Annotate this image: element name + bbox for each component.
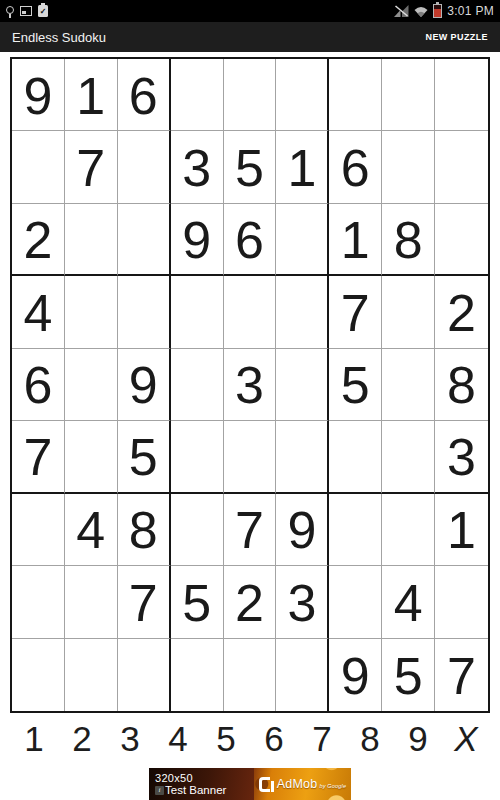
status-bar-right: 3:01 PM (394, 4, 494, 18)
ad-size-label: 320x50 (155, 772, 254, 784)
sudoku-cell-r4c4[interactable] (171, 276, 224, 348)
sudoku-cell-r4c5[interactable] (224, 276, 277, 348)
sudoku-cell-r4c9[interactable]: 2 (435, 276, 488, 348)
sudoku-cell-r7c5[interactable]: 7 (224, 494, 277, 566)
ad-title-line: i Test Banner (155, 784, 254, 797)
sudoku-cell-r9c3[interactable] (118, 639, 171, 711)
sudoku-cell-r6c1[interactable]: 7 (12, 421, 65, 493)
sudoku-board: 9167351629618472693587534879175234957 (10, 57, 490, 713)
sudoku-cell-r3c2[interactable] (65, 204, 118, 276)
sudoku-cell-r1c4[interactable] (171, 59, 224, 131)
sudoku-cell-r7c2[interactable]: 4 (65, 494, 118, 566)
sudoku-cell-r5c3[interactable]: 9 (118, 349, 171, 421)
sudoku-cell-r1c9[interactable] (435, 59, 488, 131)
sudoku-cell-r7c4[interactable] (171, 494, 224, 566)
numpad-key-1[interactable]: 1 (10, 714, 58, 764)
sudoku-cell-r9c6[interactable] (276, 639, 329, 711)
status-bar: ✓ 3:01 PM (0, 0, 500, 22)
numpad-key-9[interactable]: 9 (394, 714, 442, 764)
sudoku-cell-r9c1[interactable] (12, 639, 65, 711)
status-bar-left: ✓ (6, 5, 48, 17)
screenshot-icon (20, 6, 32, 16)
sudoku-cell-r3c5[interactable]: 6 (224, 204, 277, 276)
ad-banner-right: AdMob by Google (254, 768, 351, 800)
sudoku-cell-r6c3[interactable]: 5 (118, 421, 171, 493)
sudoku-cell-r7c6[interactable]: 9 (276, 494, 329, 566)
sudoku-cell-r1c7[interactable] (329, 59, 382, 131)
wifi-icon (414, 6, 428, 17)
sudoku-cell-r2c6[interactable]: 1 (276, 131, 329, 203)
numpad-key-6[interactable]: 6 (250, 714, 298, 764)
sudoku-cell-r9c9[interactable]: 7 (435, 639, 488, 711)
sudoku-cell-r8c7[interactable] (329, 566, 382, 638)
admob-logo-icon (259, 777, 274, 792)
sudoku-cell-r6c7[interactable] (329, 421, 382, 493)
numpad-key-3[interactable]: 3 (106, 714, 154, 764)
sudoku-cell-r4c3[interactable] (118, 276, 171, 348)
sudoku-cell-r4c2[interactable] (65, 276, 118, 348)
sudoku-cell-r6c8[interactable] (382, 421, 435, 493)
ad-banner[interactable]: 320x50 i Test Banner AdMob by Google (149, 768, 351, 800)
sudoku-cell-r9c7[interactable]: 9 (329, 639, 382, 711)
sudoku-cell-r1c8[interactable] (382, 59, 435, 131)
numpad-key-delete[interactable]: X (442, 714, 490, 764)
admob-brand-name: AdMob (277, 777, 318, 791)
ad-banner-left: 320x50 i Test Banner (149, 768, 254, 800)
sudoku-cell-r2c4[interactable]: 3 (171, 131, 224, 203)
ad-info-icon: i (155, 786, 164, 795)
app-title: Endless Sudoku (12, 30, 106, 45)
usb-debugging-icon (6, 6, 14, 14)
sudoku-cell-r7c3[interactable]: 8 (118, 494, 171, 566)
numpad-key-2[interactable]: 2 (58, 714, 106, 764)
admob-brand: AdMob by Google (277, 777, 346, 791)
sudoku-cell-r8c2[interactable] (65, 566, 118, 638)
sudoku-cell-r9c2[interactable] (65, 639, 118, 711)
sudoku-cell-r5c5[interactable]: 3 (224, 349, 277, 421)
ad-title-label: Test Banner (165, 784, 226, 797)
sudoku-cell-r8c3[interactable]: 7 (118, 566, 171, 638)
sudoku-cell-r5c9[interactable]: 8 (435, 349, 488, 421)
sudoku-cell-r2c1[interactable] (12, 131, 65, 203)
sudoku-cell-r6c2[interactable] (65, 421, 118, 493)
sudoku-cell-r5c8[interactable] (382, 349, 435, 421)
sudoku-cell-r7c9[interactable]: 1 (435, 494, 488, 566)
sudoku-cell-r1c6[interactable] (276, 59, 329, 131)
sudoku-cell-r9c5[interactable] (224, 639, 277, 711)
sudoku-cell-r4c8[interactable] (382, 276, 435, 348)
numpad-key-5[interactable]: 5 (202, 714, 250, 764)
numpad-key-4[interactable]: 4 (154, 714, 202, 764)
sudoku-cell-r7c7[interactable] (329, 494, 382, 566)
sudoku-cell-r6c6[interactable] (276, 421, 329, 493)
sudoku-cell-r6c4[interactable] (171, 421, 224, 493)
new-puzzle-button[interactable]: NEW PUZZLE (426, 32, 489, 42)
sudoku-cell-r4c7[interactable]: 7 (329, 276, 382, 348)
sudoku-cell-r8c4[interactable]: 5 (171, 566, 224, 638)
sudoku-cell-r1c5[interactable] (224, 59, 277, 131)
status-time: 3:01 PM (447, 4, 494, 18)
sudoku-cell-r2c3[interactable] (118, 131, 171, 203)
sudoku-cell-r3c6[interactable] (276, 204, 329, 276)
sudoku-cell-r3c8[interactable]: 8 (382, 204, 435, 276)
sudoku-cell-r1c3[interactable]: 6 (118, 59, 171, 131)
sudoku-cell-r5c6[interactable] (276, 349, 329, 421)
numpad-key-7[interactable]: 7 (298, 714, 346, 764)
sudoku-cell-r8c5[interactable]: 2 (224, 566, 277, 638)
sudoku-cell-r5c4[interactable] (171, 349, 224, 421)
number-pad: 123456789X (10, 714, 490, 764)
battery-icon (433, 4, 442, 18)
sudoku-cell-r2c8[interactable] (382, 131, 435, 203)
sudoku-cell-r4c6[interactable] (276, 276, 329, 348)
sudoku-cell-r1c1[interactable]: 9 (12, 59, 65, 131)
no-signal-icon (394, 5, 409, 17)
sudoku-cell-r3c1[interactable]: 2 (12, 204, 65, 276)
sudoku-cell-r5c7[interactable]: 5 (329, 349, 382, 421)
sudoku-cell-r2c2[interactable]: 7 (65, 131, 118, 203)
admob-brand-suffix: by Google (319, 783, 346, 789)
app-bar: Endless Sudoku NEW PUZZLE (0, 22, 500, 52)
sudoku-cell-r4c1[interactable]: 4 (12, 276, 65, 348)
sudoku-cell-r1c2[interactable]: 1 (65, 59, 118, 131)
screen: ✓ 3:01 PM Endless Sudoku NEW PUZZLE 9167… (0, 0, 500, 800)
sudoku-cell-r9c8[interactable]: 5 (382, 639, 435, 711)
sudoku-cell-r2c5[interactable]: 5 (224, 131, 277, 203)
clipboard-check-icon: ✓ (38, 5, 48, 17)
sudoku-cell-r8c6[interactable]: 3 (276, 566, 329, 638)
sudoku-cell-r9c4[interactable] (171, 639, 224, 711)
sudoku-cell-r3c7[interactable]: 1 (329, 204, 382, 276)
sudoku-cell-r5c2[interactable] (65, 349, 118, 421)
sudoku-cell-r5c1[interactable]: 6 (12, 349, 65, 421)
sudoku-cell-r3c4[interactable]: 9 (171, 204, 224, 276)
sudoku-cell-r3c9[interactable] (435, 204, 488, 276)
sudoku-cell-r2c9[interactable] (435, 131, 488, 203)
sudoku-cell-r6c9[interactable]: 3 (435, 421, 488, 493)
sudoku-cell-r7c1[interactable] (12, 494, 65, 566)
sudoku-cell-r8c8[interactable]: 4 (382, 566, 435, 638)
sudoku-cell-r8c9[interactable] (435, 566, 488, 638)
sudoku-cell-r7c8[interactable] (382, 494, 435, 566)
numpad-key-8[interactable]: 8 (346, 714, 394, 764)
sudoku-cell-r3c3[interactable] (118, 204, 171, 276)
sudoku-cell-r2c7[interactable]: 6 (329, 131, 382, 203)
sudoku-cell-r8c1[interactable] (12, 566, 65, 638)
sudoku-cell-r6c5[interactable] (224, 421, 277, 493)
